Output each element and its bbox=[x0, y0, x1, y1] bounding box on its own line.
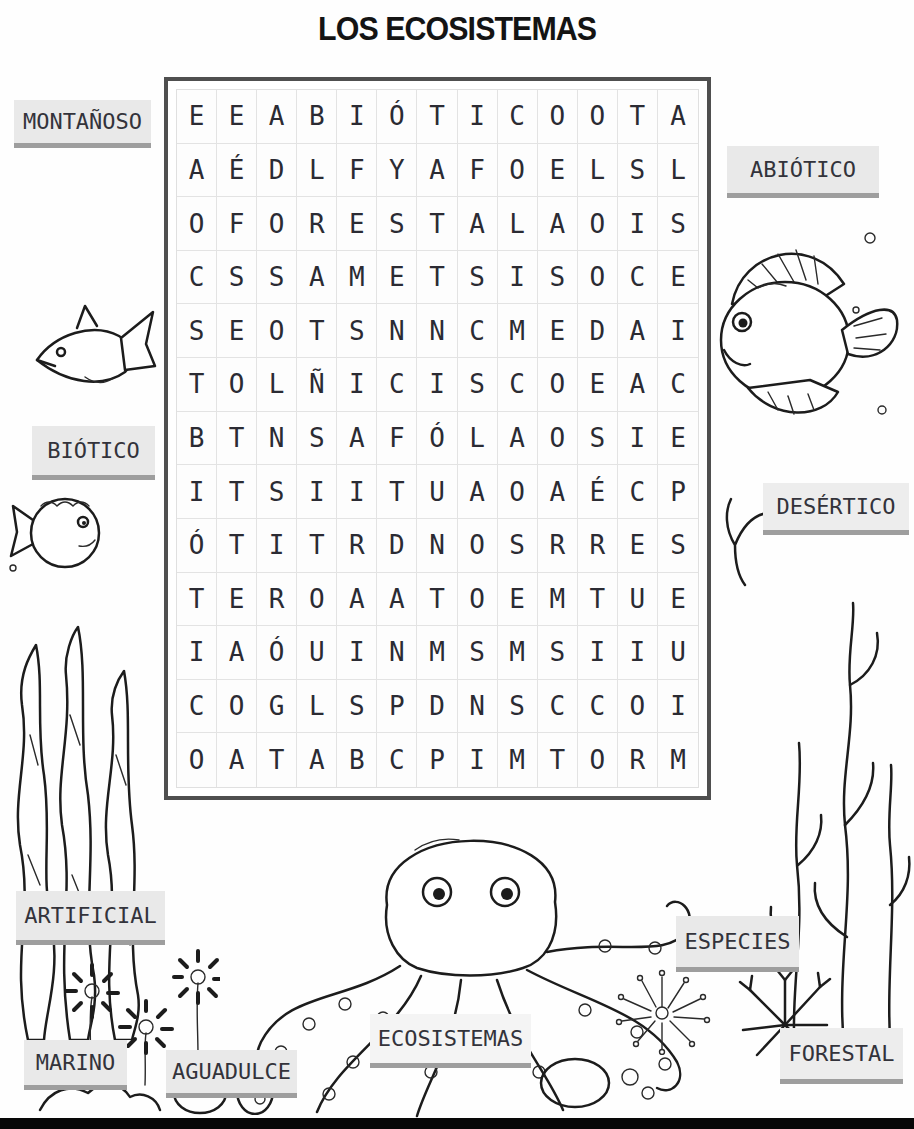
cell-r6c1[interactable]: T bbox=[177, 358, 217, 412]
cell-r5c12[interactable]: A bbox=[618, 304, 658, 358]
cell-r5c11[interactable]: D bbox=[578, 304, 618, 358]
cell-r3c7[interactable]: T bbox=[417, 197, 457, 251]
cell-r4c12[interactable]: C bbox=[618, 251, 658, 305]
cell-r13c13[interactable]: M bbox=[658, 733, 698, 787]
cell-r2c3[interactable]: D bbox=[257, 144, 297, 198]
cell-r13c10[interactable]: T bbox=[538, 733, 578, 787]
cell-r7c8[interactable]: L bbox=[458, 412, 498, 466]
word-search-grid: EEABIÓTICOOTAAÉDLFYAFOELSLOFORESTALAOISC… bbox=[176, 89, 699, 788]
cell-r8c5[interactable]: I bbox=[337, 465, 377, 519]
cell-r11c2[interactable]: A bbox=[217, 626, 257, 680]
cell-r12c8[interactable]: N bbox=[458, 680, 498, 734]
cell-r4c6[interactable]: E bbox=[377, 251, 417, 305]
cell-r4c9[interactable]: I bbox=[498, 251, 538, 305]
cell-r11c8[interactable]: S bbox=[458, 626, 498, 680]
cell-r2c13[interactable]: L bbox=[658, 144, 698, 198]
cell-r12c5[interactable]: S bbox=[337, 680, 377, 734]
cell-r7c2[interactable]: T bbox=[217, 412, 257, 466]
cell-r13c9[interactable]: M bbox=[498, 733, 538, 787]
cell-r6c4[interactable]: Ñ bbox=[297, 358, 337, 412]
bottom-border-bar bbox=[0, 1118, 914, 1129]
cell-r11c6[interactable]: N bbox=[377, 626, 417, 680]
cell-r4c10[interactable]: S bbox=[538, 251, 578, 305]
cell-r1c7[interactable]: T bbox=[417, 90, 457, 144]
cell-r12c6[interactable]: P bbox=[377, 680, 417, 734]
cell-r6c10[interactable]: O bbox=[538, 358, 578, 412]
cell-r13c3[interactable]: T bbox=[257, 733, 297, 787]
cell-r12c10[interactable]: C bbox=[538, 680, 578, 734]
cell-r13c11[interactable]: O bbox=[578, 733, 618, 787]
cell-r11c4[interactable]: U bbox=[297, 626, 337, 680]
cell-r9c10[interactable]: R bbox=[538, 519, 578, 573]
cell-r7c4[interactable]: S bbox=[297, 412, 337, 466]
cell-r5c1[interactable]: S bbox=[177, 304, 217, 358]
cell-r1c8[interactable]: I bbox=[458, 90, 498, 144]
cell-r10c2[interactable]: E bbox=[217, 573, 257, 627]
anemone-illustration bbox=[612, 965, 712, 1055]
cell-r7c1[interactable]: B bbox=[177, 412, 217, 466]
cell-r11c11[interactable]: I bbox=[578, 626, 618, 680]
cell-r4c1[interactable]: C bbox=[177, 251, 217, 305]
cell-r3c9[interactable]: L bbox=[498, 197, 538, 251]
cell-r7c9[interactable]: A bbox=[498, 412, 538, 466]
cell-r2c4[interactable]: L bbox=[297, 144, 337, 198]
cell-r6c9[interactable]: C bbox=[498, 358, 538, 412]
cell-r1c6[interactable]: Ó bbox=[377, 90, 417, 144]
cell-r2c7[interactable]: A bbox=[417, 144, 457, 198]
word-label-aguadulce: AGUADULCE bbox=[166, 1050, 297, 1098]
cell-r6c6[interactable]: C bbox=[377, 358, 417, 412]
cell-r10c9[interactable]: E bbox=[498, 573, 538, 627]
word-label-artificial: ARTIFICIAL bbox=[16, 891, 165, 945]
cell-r6c3[interactable]: L bbox=[257, 358, 297, 412]
cell-r2c2[interactable]: É bbox=[217, 144, 257, 198]
cell-r9c13[interactable]: S bbox=[658, 519, 698, 573]
cell-r8c7[interactable]: U bbox=[417, 465, 457, 519]
cell-r9c1[interactable]: Ó bbox=[177, 519, 217, 573]
word-search-worksheet: LOS ECOSISTEMAS bbox=[0, 0, 914, 1129]
cell-r2c12[interactable]: S bbox=[618, 144, 658, 198]
cell-r8c2[interactable]: T bbox=[217, 465, 257, 519]
cell-r13c1[interactable]: O bbox=[177, 733, 217, 787]
cell-r11c1[interactable]: I bbox=[177, 626, 217, 680]
cell-r1c12[interactable]: T bbox=[618, 90, 658, 144]
cell-r11c7[interactable]: M bbox=[417, 626, 457, 680]
cell-r9c2[interactable]: T bbox=[217, 519, 257, 573]
cell-r9c3[interactable]: I bbox=[257, 519, 297, 573]
cell-r4c13[interactable]: E bbox=[658, 251, 698, 305]
cell-r12c3[interactable]: G bbox=[257, 680, 297, 734]
cell-r10c1[interactable]: T bbox=[177, 573, 217, 627]
cell-r1c4[interactable]: B bbox=[297, 90, 337, 144]
cell-r4c5[interactable]: M bbox=[337, 251, 377, 305]
cell-r3c8[interactable]: A bbox=[458, 197, 498, 251]
cell-r2c9[interactable]: O bbox=[498, 144, 538, 198]
cell-r4c11[interactable]: O bbox=[578, 251, 618, 305]
word-label-especies: ESPECIES bbox=[676, 916, 799, 972]
cell-r7c7[interactable]: Ó bbox=[417, 412, 457, 466]
cell-r4c8[interactable]: S bbox=[458, 251, 498, 305]
cell-r11c10[interactable]: S bbox=[538, 626, 578, 680]
word-label-biotico: BIÓTICO bbox=[32, 426, 155, 480]
cell-r8c6[interactable]: T bbox=[377, 465, 417, 519]
cell-r10c10[interactable]: M bbox=[538, 573, 578, 627]
cell-r1c1[interactable]: E bbox=[177, 90, 217, 144]
cell-r9c5[interactable]: R bbox=[337, 519, 377, 573]
cell-r7c13[interactable]: E bbox=[658, 412, 698, 466]
cell-r6c7[interactable]: I bbox=[417, 358, 457, 412]
cell-r9c6[interactable]: D bbox=[377, 519, 417, 573]
cell-r1c11[interactable]: O bbox=[578, 90, 618, 144]
cell-r2c1[interactable]: A bbox=[177, 144, 217, 198]
cell-r3c1[interactable]: O bbox=[177, 197, 217, 251]
cell-r4c4[interactable]: A bbox=[297, 251, 337, 305]
cell-r10c7[interactable]: T bbox=[417, 573, 457, 627]
cell-r11c3[interactable]: Ó bbox=[257, 626, 297, 680]
cell-r10c5[interactable]: A bbox=[337, 573, 377, 627]
cell-r10c4[interactable]: O bbox=[297, 573, 337, 627]
cell-r10c12[interactable]: U bbox=[618, 573, 658, 627]
cell-r1c10[interactable]: O bbox=[538, 90, 578, 144]
cell-r7c12[interactable]: I bbox=[618, 412, 658, 466]
cell-r5c9[interactable]: M bbox=[498, 304, 538, 358]
cell-r3c2[interactable]: F bbox=[217, 197, 257, 251]
cell-r9c11[interactable]: R bbox=[578, 519, 618, 573]
cell-r8c12[interactable]: C bbox=[618, 465, 658, 519]
cell-r10c6[interactable]: A bbox=[377, 573, 417, 627]
cell-r9c8[interactable]: O bbox=[458, 519, 498, 573]
cell-r5c13[interactable]: I bbox=[658, 304, 698, 358]
cell-r1c2[interactable]: E bbox=[217, 90, 257, 144]
cell-r3c12[interactable]: I bbox=[618, 197, 658, 251]
word-label-ecosistemas: ECOSISTEMAS bbox=[370, 1014, 531, 1068]
cell-r2c8[interactable]: F bbox=[458, 144, 498, 198]
cell-r5c5[interactable]: S bbox=[337, 304, 377, 358]
cell-r10c3[interactable]: R bbox=[257, 573, 297, 627]
cell-r5c2[interactable]: E bbox=[217, 304, 257, 358]
cell-r3c5[interactable]: E bbox=[337, 197, 377, 251]
tang-fish-illustration bbox=[690, 222, 902, 437]
cell-r3c11[interactable]: O bbox=[578, 197, 618, 251]
cell-r4c2[interactable]: S bbox=[217, 251, 257, 305]
round-fish-illustration bbox=[3, 488, 118, 578]
cell-r1c9[interactable]: C bbox=[498, 90, 538, 144]
cell-r6c2[interactable]: O bbox=[217, 358, 257, 412]
cell-r6c11[interactable]: E bbox=[578, 358, 618, 412]
cell-r6c12[interactable]: A bbox=[618, 358, 658, 412]
cell-r5c3[interactable]: O bbox=[257, 304, 297, 358]
cell-r3c6[interactable]: S bbox=[377, 197, 417, 251]
cell-r13c5[interactable]: B bbox=[337, 733, 377, 787]
cell-r10c13[interactable]: E bbox=[658, 573, 698, 627]
cell-r8c11[interactable]: É bbox=[578, 465, 618, 519]
cell-r1c3[interactable]: A bbox=[257, 90, 297, 144]
cell-r9c4[interactable]: T bbox=[297, 519, 337, 573]
cell-r8c9[interactable]: O bbox=[498, 465, 538, 519]
cell-r3c10[interactable]: A bbox=[538, 197, 578, 251]
cell-r8c4[interactable]: I bbox=[297, 465, 337, 519]
cell-r10c11[interactable]: T bbox=[578, 573, 618, 627]
cell-r7c11[interactable]: S bbox=[578, 412, 618, 466]
cell-r12c1[interactable]: C bbox=[177, 680, 217, 734]
cell-r11c9[interactable]: M bbox=[498, 626, 538, 680]
cell-r3c13[interactable]: S bbox=[658, 197, 698, 251]
cell-r8c13[interactable]: P bbox=[658, 465, 698, 519]
cell-r7c3[interactable]: N bbox=[257, 412, 297, 466]
cell-r12c4[interactable]: L bbox=[297, 680, 337, 734]
cell-r6c5[interactable]: I bbox=[337, 358, 377, 412]
cell-r9c12[interactable]: E bbox=[618, 519, 658, 573]
cell-r13c6[interactable]: C bbox=[377, 733, 417, 787]
cell-r1c5[interactable]: I bbox=[337, 90, 377, 144]
cell-r8c3[interactable]: S bbox=[257, 465, 297, 519]
cell-r2c11[interactable]: L bbox=[578, 144, 618, 198]
cell-r12c7[interactable]: D bbox=[417, 680, 457, 734]
cell-r6c13[interactable]: C bbox=[658, 358, 698, 412]
word-label-montanoso: MONTAÑOSO bbox=[14, 100, 151, 148]
cell-r2c6[interactable]: Y bbox=[377, 144, 417, 198]
cell-r11c13[interactable]: U bbox=[658, 626, 698, 680]
word-label-desertico: DESÉRTICO bbox=[763, 483, 909, 535]
cell-r8c1[interactable]: I bbox=[177, 465, 217, 519]
cell-r5c6[interactable]: N bbox=[377, 304, 417, 358]
cell-r13c2[interactable]: A bbox=[217, 733, 257, 787]
cell-r6c8[interactable]: S bbox=[458, 358, 498, 412]
cell-r4c3[interactable]: S bbox=[257, 251, 297, 305]
cell-r5c10[interactable]: E bbox=[538, 304, 578, 358]
page-title: LOS ECOSISTEMAS bbox=[0, 10, 914, 48]
cell-r7c10[interactable]: O bbox=[538, 412, 578, 466]
cell-r7c6[interactable]: F bbox=[377, 412, 417, 466]
cell-r12c9[interactable]: S bbox=[498, 680, 538, 734]
cell-r13c4[interactable]: A bbox=[297, 733, 337, 787]
cell-r3c4[interactable]: R bbox=[297, 197, 337, 251]
cell-r13c8[interactable]: I bbox=[458, 733, 498, 787]
cell-r3c3[interactable]: O bbox=[257, 197, 297, 251]
angular-fish-illustration bbox=[25, 282, 160, 417]
cell-r2c10[interactable]: E bbox=[538, 144, 578, 198]
cell-r8c10[interactable]: A bbox=[538, 465, 578, 519]
cell-r5c7[interactable]: N bbox=[417, 304, 457, 358]
cell-r12c13[interactable]: I bbox=[658, 680, 698, 734]
cell-r4c7[interactable]: T bbox=[417, 251, 457, 305]
cell-r8c8[interactable]: A bbox=[458, 465, 498, 519]
cell-r9c7[interactable]: N bbox=[417, 519, 457, 573]
cell-r13c7[interactable]: P bbox=[417, 733, 457, 787]
cell-r12c2[interactable]: O bbox=[217, 680, 257, 734]
cell-r9c9[interactable]: S bbox=[498, 519, 538, 573]
cell-r10c8[interactable]: O bbox=[458, 573, 498, 627]
word-search-grid-frame: EEABIÓTICOOTAAÉDLFYAFOELSLOFORESTALAOISC… bbox=[164, 77, 711, 800]
cell-r12c12[interactable]: O bbox=[618, 680, 658, 734]
seaweed-illustration bbox=[695, 485, 914, 1060]
cell-r5c4[interactable]: T bbox=[297, 304, 337, 358]
cell-r12c11[interactable]: C bbox=[578, 680, 618, 734]
cell-r11c5[interactable]: I bbox=[337, 626, 377, 680]
cell-r5c8[interactable]: C bbox=[458, 304, 498, 358]
cell-r2c5[interactable]: F bbox=[337, 144, 377, 198]
cell-r7c5[interactable]: A bbox=[337, 412, 377, 466]
word-label-abiotico: ABIÓTICO bbox=[727, 146, 879, 198]
cell-r1c13[interactable]: A bbox=[658, 90, 698, 144]
word-label-forestal: FORESTAL bbox=[780, 1028, 903, 1084]
cell-r13c12[interactable]: R bbox=[618, 733, 658, 787]
word-label-marino: MARINO bbox=[24, 1040, 127, 1090]
cell-r11c12[interactable]: I bbox=[618, 626, 658, 680]
